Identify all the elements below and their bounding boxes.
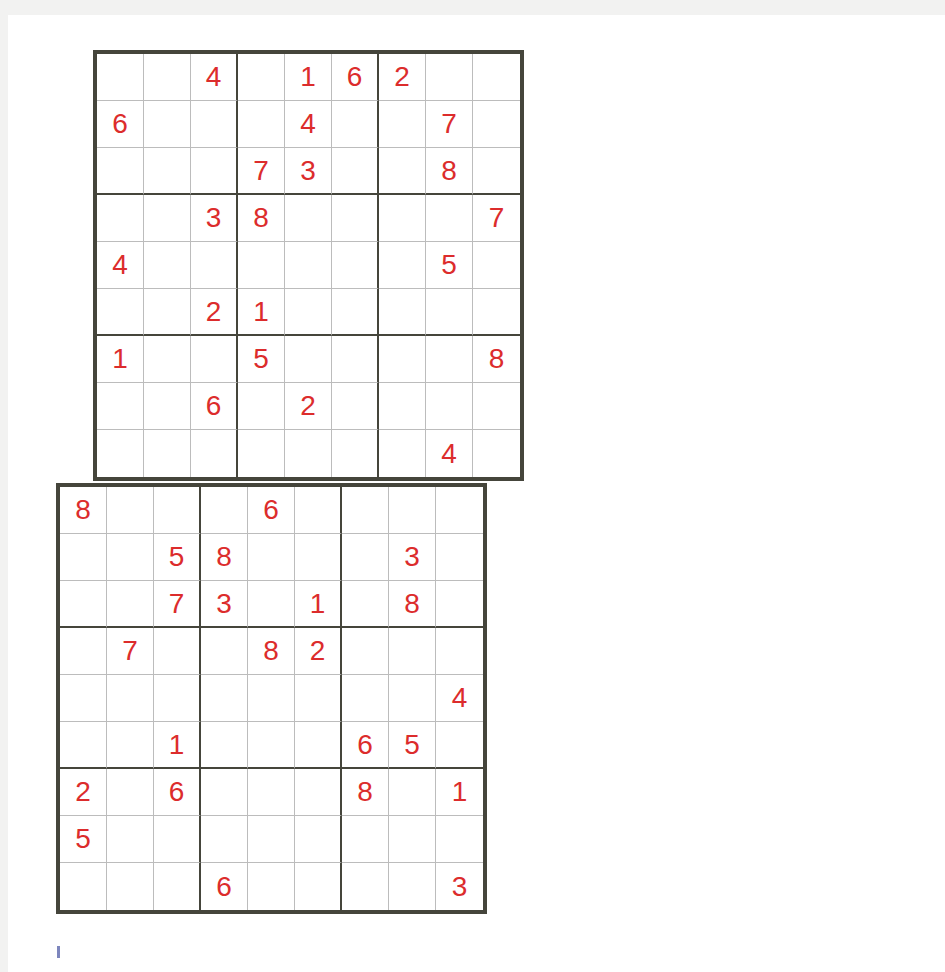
cell-r7c2 [144,336,191,383]
cell-r9c4 [238,430,285,477]
cell-r2c8: 3 [389,534,436,581]
document-page-background: { "game": "sudoku", "description": "Work… [0,0,945,972]
cell-r7c9: 1 [436,769,483,816]
cell-r3c5 [248,581,295,628]
cell-r9c8: 4 [426,430,473,477]
cell-r1c2 [144,54,191,101]
cell-r4c4 [201,628,248,675]
cell-r8c2 [144,383,191,430]
cell-r5c9 [473,242,520,289]
cell-r3c5: 3 [285,148,332,195]
cell-r1c9 [473,54,520,101]
cell-r7c9: 8 [473,336,520,383]
cell-r2c6 [332,101,379,148]
cell-r4c9: 7 [473,195,520,242]
cell-r4c4: 8 [238,195,285,242]
cell-r4c1 [60,628,107,675]
cell-r4c2: 7 [107,628,154,675]
cell-r1c3 [154,487,201,534]
cell-r3c6: 1 [295,581,342,628]
cell-r6c2 [144,289,191,336]
cell-r7c7: 8 [342,769,389,816]
cell-r3c2 [144,148,191,195]
cell-r2c4: 8 [201,534,248,581]
cell-r5c3 [154,675,201,722]
cell-r3c1 [60,581,107,628]
cell-r6c3: 1 [154,722,201,769]
cell-r9c9: 3 [436,863,483,910]
cell-r2c2 [144,101,191,148]
cell-r3c9 [436,581,483,628]
cell-r7c6 [295,769,342,816]
cell-r8c3: 6 [191,383,238,430]
cell-r5c6 [295,675,342,722]
cell-r1c7: 2 [379,54,426,101]
cell-r1c6 [295,487,342,534]
cell-r4c6 [332,195,379,242]
cell-r5c2 [107,675,154,722]
cell-r5c9: 4 [436,675,483,722]
cell-r5c8 [389,675,436,722]
cell-r6c6 [332,289,379,336]
cell-r9c8 [389,863,436,910]
cell-r4c3 [154,628,201,675]
cell-r8c5: 2 [285,383,332,430]
cell-r3c2 [107,581,154,628]
cell-r2c7 [342,534,389,581]
sudoku-board-1: 41626477383874521158624 [93,50,524,481]
cell-r4c1 [97,195,144,242]
cell-r4c3: 3 [191,195,238,242]
cell-r7c1: 1 [97,336,144,383]
cell-r5c4 [201,675,248,722]
cell-r1c4 [238,54,285,101]
cell-r8c7 [379,383,426,430]
cell-r1c6: 6 [332,54,379,101]
cell-r7c2 [107,769,154,816]
cell-r5c3 [191,242,238,289]
cell-r3c8: 8 [426,148,473,195]
cell-r6c7: 6 [342,722,389,769]
cell-r6c8: 5 [389,722,436,769]
cell-r6c3: 2 [191,289,238,336]
sudoku-board-2: 86583731878241652681563 [56,483,487,914]
cell-r9c4: 6 [201,863,248,910]
cell-r7c6 [332,336,379,383]
cell-r4c2 [144,195,191,242]
cell-r9c3 [191,430,238,477]
cell-r2c3 [191,101,238,148]
cell-r3c4: 7 [238,148,285,195]
cell-r3c6 [332,148,379,195]
cell-r8c9 [473,383,520,430]
cell-r9c2 [144,430,191,477]
cell-r8c8 [426,383,473,430]
cell-r9c7 [342,863,389,910]
cell-r8c3 [154,816,201,863]
cell-r9c5 [248,863,295,910]
cell-r5c5 [248,675,295,722]
cell-r7c5 [285,336,332,383]
cell-r2c1 [60,534,107,581]
cell-r9c1 [97,430,144,477]
cell-r7c7 [379,336,426,383]
cell-r2c1: 6 [97,101,144,148]
cell-r4c7 [379,195,426,242]
cell-r7c8 [426,336,473,383]
cell-r3c3: 7 [154,581,201,628]
cell-r1c8 [389,487,436,534]
cell-r5c4 [238,242,285,289]
cell-r5c7 [342,675,389,722]
cell-r8c1: 5 [60,816,107,863]
cell-r1c2 [107,487,154,534]
cell-r2c9 [436,534,483,581]
cell-r1c8 [426,54,473,101]
cell-r6c1 [97,289,144,336]
cell-r9c6 [332,430,379,477]
cell-r8c5 [248,816,295,863]
cell-r9c7 [379,430,426,477]
cell-r7c3 [191,336,238,383]
cell-r9c6 [295,863,342,910]
text-cursor [57,946,60,958]
cell-r4c9 [436,628,483,675]
cell-r1c3: 4 [191,54,238,101]
cell-r2c9 [473,101,520,148]
cell-r6c4 [201,722,248,769]
cell-r7c3: 6 [154,769,201,816]
cell-r9c3 [154,863,201,910]
cell-r7c4 [201,769,248,816]
cell-r1c7 [342,487,389,534]
cell-r8c8 [389,816,436,863]
cell-r5c2 [144,242,191,289]
cell-r4c8 [426,195,473,242]
cell-r2c7 [379,101,426,148]
cell-r6c2 [107,722,154,769]
cell-r3c4: 3 [201,581,248,628]
cell-r4c8 [389,628,436,675]
cell-r3c9 [473,148,520,195]
cell-r6c9 [473,289,520,336]
cell-r8c2 [107,816,154,863]
cell-r7c8 [389,769,436,816]
cell-r5c1 [60,675,107,722]
cell-r8c4 [201,816,248,863]
cell-r4c5 [285,195,332,242]
cell-r2c5: 4 [285,101,332,148]
cell-r1c5: 1 [285,54,332,101]
cell-r7c1: 2 [60,769,107,816]
cell-r6c7 [379,289,426,336]
cell-r6c1 [60,722,107,769]
cell-r8c6 [295,816,342,863]
cell-r4c7 [342,628,389,675]
cell-r5c7 [379,242,426,289]
cell-r3c8: 8 [389,581,436,628]
cell-r5c1: 4 [97,242,144,289]
cell-r4c5: 8 [248,628,295,675]
cell-r9c2 [107,863,154,910]
cell-r3c7 [342,581,389,628]
cell-r6c9 [436,722,483,769]
cell-r9c1 [60,863,107,910]
cell-r1c5: 6 [248,487,295,534]
cell-r2c6 [295,534,342,581]
cell-r6c5 [248,722,295,769]
cell-r5c5 [285,242,332,289]
cell-r8c7 [342,816,389,863]
cell-r9c5 [285,430,332,477]
cell-r2c5 [248,534,295,581]
cell-r6c8 [426,289,473,336]
cell-r8c9 [436,816,483,863]
cell-r2c4 [238,101,285,148]
cell-r8c4 [238,383,285,430]
cell-r2c2 [107,534,154,581]
cell-r1c1: 8 [60,487,107,534]
cell-r5c8: 5 [426,242,473,289]
cell-r7c5 [248,769,295,816]
cell-r8c6 [332,383,379,430]
cell-r9c9 [473,430,520,477]
cell-r2c8: 7 [426,101,473,148]
cell-r6c4: 1 [238,289,285,336]
cell-r1c1 [97,54,144,101]
cell-r4c6: 2 [295,628,342,675]
cell-r6c6 [295,722,342,769]
cell-r8c1 [97,383,144,430]
cell-r3c7 [379,148,426,195]
cell-r1c9 [436,487,483,534]
cell-r6c5 [285,289,332,336]
cell-r1c4 [201,487,248,534]
cell-r5c6 [332,242,379,289]
cell-r2c3: 5 [154,534,201,581]
cell-r3c3 [191,148,238,195]
cell-r3c1 [97,148,144,195]
cell-r7c4: 5 [238,336,285,383]
